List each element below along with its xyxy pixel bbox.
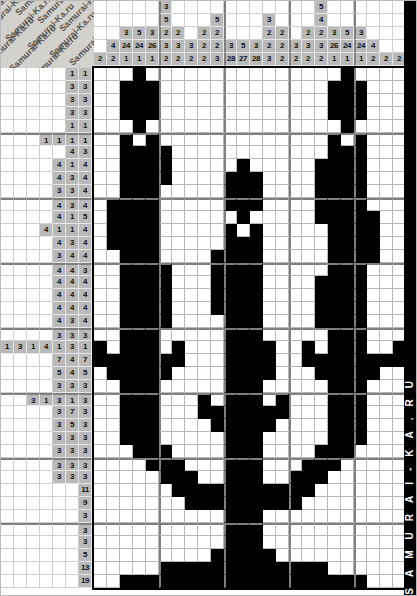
- cell-r35-c16-empty[interactable]: [289, 510, 302, 523]
- cell-r8-c12-filled[interactable]: [237, 159, 250, 172]
- cell-r34-c9-filled[interactable]: [198, 497, 211, 510]
- cell-r27-c12-filled[interactable]: [237, 406, 250, 419]
- cell-r24-c22-filled[interactable]: [367, 367, 380, 380]
- cell-r32-c3-empty[interactable]: [120, 471, 133, 484]
- cell-r11-c21-filled[interactable]: [354, 198, 367, 211]
- cell-r38-c22-empty[interactable]: [367, 549, 380, 562]
- cell-r34-c15-filled[interactable]: [276, 497, 289, 510]
- cell-r37-c5-empty[interactable]: [146, 536, 159, 549]
- cell-r8-c22-empty[interactable]: [367, 159, 380, 172]
- cell-r31-c10-empty[interactable]: [211, 458, 224, 471]
- cell-r6-c3-filled[interactable]: [120, 133, 133, 146]
- cell-r16-c13-filled[interactable]: [250, 263, 263, 276]
- cell-r38-c21-empty[interactable]: [354, 549, 367, 562]
- cell-r12-c9-empty[interactable]: [198, 211, 211, 224]
- cell-r35-c17-empty[interactable]: [302, 510, 315, 523]
- cell-r25-c1-empty[interactable]: [94, 380, 107, 393]
- cell-r12-c10-empty[interactable]: [211, 211, 224, 224]
- cell-r33-c8-filled[interactable]: [185, 484, 198, 497]
- cell-r24-c14-filled[interactable]: [263, 367, 276, 380]
- cell-r22-c17-filled[interactable]: [302, 341, 315, 354]
- cell-r23-c8-empty[interactable]: [185, 354, 198, 367]
- cell-r24-c9-empty[interactable]: [198, 367, 211, 380]
- cell-r38-c12-filled[interactable]: [237, 549, 250, 562]
- cell-r40-c15-filled[interactable]: [276, 575, 289, 588]
- cell-r34-c19-empty[interactable]: [328, 497, 341, 510]
- cell-r40-c18-filled[interactable]: [315, 575, 328, 588]
- cell-r13-c6-empty[interactable]: [159, 224, 172, 237]
- cell-r27-c19-filled[interactable]: [328, 406, 341, 419]
- cell-r40-c23-empty[interactable]: [380, 575, 393, 588]
- cell-r5-c4-filled[interactable]: [133, 120, 146, 133]
- cell-r40-c5-filled[interactable]: [146, 575, 159, 588]
- cell-r7-c17-empty[interactable]: [302, 146, 315, 159]
- cell-r32-c4-empty[interactable]: [133, 471, 146, 484]
- cell-r16-c9-empty[interactable]: [198, 263, 211, 276]
- cell-r1-c20-filled[interactable]: [341, 68, 354, 81]
- cell-r22-c6-empty[interactable]: [159, 341, 172, 354]
- cell-r6-c10-empty[interactable]: [211, 133, 224, 146]
- cell-r28-c8-empty[interactable]: [185, 419, 198, 432]
- cell-r27-c11-filled[interactable]: [224, 406, 237, 419]
- cell-r23-c12-filled[interactable]: [237, 354, 250, 367]
- cell-r6-c8-empty[interactable]: [185, 133, 198, 146]
- cell-r37-c7-empty[interactable]: [172, 536, 185, 549]
- cell-r7-c2-empty[interactable]: [107, 146, 120, 159]
- cell-r5-c23-empty[interactable]: [380, 120, 393, 133]
- cell-r30-c7-empty[interactable]: [172, 445, 185, 458]
- cell-r6-c23-empty[interactable]: [380, 133, 393, 146]
- cell-r34-c23-empty[interactable]: [380, 497, 393, 510]
- cell-r20-c1-empty[interactable]: [94, 315, 107, 328]
- cell-r19-c22-empty[interactable]: [367, 302, 380, 315]
- cell-r20-c16-empty[interactable]: [289, 315, 302, 328]
- cell-r20-c13-filled[interactable]: [250, 315, 263, 328]
- cell-r40-c11-filled[interactable]: [224, 575, 237, 588]
- cell-r7-c3-filled[interactable]: [120, 146, 133, 159]
- cell-r29-c21-filled[interactable]: [354, 432, 367, 445]
- cell-r13-c16-empty[interactable]: [289, 224, 302, 237]
- cell-r27-c23-empty[interactable]: [380, 406, 393, 419]
- cell-r8-c23-empty[interactable]: [380, 159, 393, 172]
- cell-r11-c8-empty[interactable]: [185, 198, 198, 211]
- cell-r1-c10-empty[interactable]: [211, 68, 224, 81]
- cell-r16-c15-empty[interactable]: [276, 263, 289, 276]
- cell-r38-c1-empty[interactable]: [94, 549, 107, 562]
- cell-r9-c12-filled[interactable]: [237, 172, 250, 185]
- cell-r4-c17-empty[interactable]: [302, 107, 315, 120]
- cell-r19-c19-filled[interactable]: [328, 302, 341, 315]
- cell-r21-c20-filled[interactable]: [341, 328, 354, 341]
- cell-r6-c18-empty[interactable]: [315, 133, 328, 146]
- cell-r25-c2-empty[interactable]: [107, 380, 120, 393]
- cell-r27-c20-filled[interactable]: [341, 406, 354, 419]
- cell-r16-c12-filled[interactable]: [237, 263, 250, 276]
- cell-r22-c23-empty[interactable]: [380, 341, 393, 354]
- cell-r16-c20-filled[interactable]: [341, 263, 354, 276]
- cell-r28-c16-empty[interactable]: [289, 419, 302, 432]
- cell-r39-c3-empty[interactable]: [120, 562, 133, 575]
- cell-r9-c17-empty[interactable]: [302, 172, 315, 185]
- cell-r24-c11-filled[interactable]: [224, 367, 237, 380]
- cell-r1-c8-empty[interactable]: [185, 68, 198, 81]
- cell-r15-c21-filled[interactable]: [354, 250, 367, 263]
- cell-r8-c21-filled[interactable]: [354, 159, 367, 172]
- cell-r31-c3-empty[interactable]: [120, 458, 133, 471]
- cell-r6-c12-empty[interactable]: [237, 133, 250, 146]
- cell-r21-c22-empty[interactable]: [367, 328, 380, 341]
- cell-r16-c8-empty[interactable]: [185, 263, 198, 276]
- cell-r38-c5-empty[interactable]: [146, 549, 159, 562]
- cell-r21-c2-empty[interactable]: [107, 328, 120, 341]
- cell-r33-c16-filled[interactable]: [289, 484, 302, 497]
- cell-r36-c23-empty[interactable]: [380, 523, 393, 536]
- cell-r18-c3-filled[interactable]: [120, 289, 133, 302]
- cell-r5-c17-empty[interactable]: [302, 120, 315, 133]
- cell-r1-c6-empty[interactable]: [159, 68, 172, 81]
- cell-r34-c18-empty[interactable]: [315, 497, 328, 510]
- cell-r4-c19-filled[interactable]: [328, 107, 341, 120]
- cell-r29-c16-empty[interactable]: [289, 432, 302, 445]
- cell-r14-c2-filled[interactable]: [107, 237, 120, 250]
- cell-r26-c11-filled[interactable]: [224, 393, 237, 406]
- cell-r14-c22-filled[interactable]: [367, 237, 380, 250]
- cell-r25-c9-empty[interactable]: [198, 380, 211, 393]
- cell-r8-c13-empty[interactable]: [250, 159, 263, 172]
- cell-r38-c7-empty[interactable]: [172, 549, 185, 562]
- cell-r12-c19-filled[interactable]: [328, 211, 341, 224]
- cell-r1-c19-empty[interactable]: [328, 68, 341, 81]
- cell-r9-c20-filled[interactable]: [341, 172, 354, 185]
- cell-r14-c19-filled[interactable]: [328, 237, 341, 250]
- cell-r7-c23-empty[interactable]: [380, 146, 393, 159]
- cell-r27-c14-filled[interactable]: [263, 406, 276, 419]
- cell-r27-c17-empty[interactable]: [302, 406, 315, 419]
- cell-r17-c3-filled[interactable]: [120, 276, 133, 289]
- cell-r35-c8-empty[interactable]: [185, 510, 198, 523]
- cell-r3-c2-empty[interactable]: [107, 94, 120, 107]
- cell-r4-c21-filled[interactable]: [354, 107, 367, 120]
- cell-r4-c2-empty[interactable]: [107, 107, 120, 120]
- cell-r6-c19-filled[interactable]: [328, 133, 341, 146]
- cell-r18-c23-empty[interactable]: [380, 289, 393, 302]
- cell-r38-c19-empty[interactable]: [328, 549, 341, 562]
- cell-r33-c20-empty[interactable]: [341, 484, 354, 497]
- cell-r39-c6-filled[interactable]: [159, 562, 172, 575]
- cell-r14-c5-filled[interactable]: [146, 237, 159, 250]
- cell-r36-c9-empty[interactable]: [198, 523, 211, 536]
- cell-r23-c16-empty[interactable]: [289, 354, 302, 367]
- cell-r12-c22-filled[interactable]: [367, 211, 380, 224]
- cell-r9-c3-filled[interactable]: [120, 172, 133, 185]
- cell-r34-c22-empty[interactable]: [367, 497, 380, 510]
- cell-r20-c5-filled[interactable]: [146, 315, 159, 328]
- cell-r24-c2-filled[interactable]: [107, 367, 120, 380]
- cell-r38-c17-empty[interactable]: [302, 549, 315, 562]
- cell-r27-c10-filled[interactable]: [211, 406, 224, 419]
- cell-r3-c16-empty[interactable]: [289, 94, 302, 107]
- cell-r33-c10-filled[interactable]: [211, 484, 224, 497]
- cell-r28-c14-filled[interactable]: [263, 419, 276, 432]
- cell-r9-c15-empty[interactable]: [276, 172, 289, 185]
- cell-r15-c4-filled[interactable]: [133, 250, 146, 263]
- cell-r40-c20-filled[interactable]: [341, 575, 354, 588]
- cell-r2-c11-empty[interactable]: [224, 81, 237, 94]
- cell-r37-c12-filled[interactable]: [237, 536, 250, 549]
- cell-r29-c20-filled[interactable]: [341, 432, 354, 445]
- cell-r34-c11-filled[interactable]: [224, 497, 237, 510]
- cell-r7-c5-filled[interactable]: [146, 146, 159, 159]
- cell-r8-c5-filled[interactable]: [146, 159, 159, 172]
- cell-r33-c17-filled[interactable]: [302, 484, 315, 497]
- cell-r30-c22-empty[interactable]: [367, 445, 380, 458]
- cell-r34-c3-empty[interactable]: [120, 497, 133, 510]
- cell-r10-c21-filled[interactable]: [354, 185, 367, 198]
- cell-r37-c4-empty[interactable]: [133, 536, 146, 549]
- cell-r16-c3-filled[interactable]: [120, 263, 133, 276]
- cell-r10-c12-filled[interactable]: [237, 185, 250, 198]
- cell-r12-c1-empty[interactable]: [94, 211, 107, 224]
- cell-r5-c7-empty[interactable]: [172, 120, 185, 133]
- cell-r28-c12-filled[interactable]: [237, 419, 250, 432]
- cell-r14-c7-empty[interactable]: [172, 237, 185, 250]
- cell-r32-c2-empty[interactable]: [107, 471, 120, 484]
- cell-r17-c23-empty[interactable]: [380, 276, 393, 289]
- cell-r1-c3-empty[interactable]: [120, 68, 133, 81]
- cell-r8-c7-empty[interactable]: [172, 159, 185, 172]
- cell-r40-c12-filled[interactable]: [237, 575, 250, 588]
- cell-r8-c6-filled[interactable]: [159, 159, 172, 172]
- cell-r2-c9-empty[interactable]: [198, 81, 211, 94]
- cell-r8-c10-empty[interactable]: [211, 159, 224, 172]
- cell-r28-c2-empty[interactable]: [107, 419, 120, 432]
- cell-r35-c10-empty[interactable]: [211, 510, 224, 523]
- cell-r34-c17-empty[interactable]: [302, 497, 315, 510]
- cell-r17-c8-empty[interactable]: [185, 276, 198, 289]
- cell-r39-c10-filled[interactable]: [211, 562, 224, 575]
- cell-r32-c7-filled[interactable]: [172, 471, 185, 484]
- cell-r20-c6-filled[interactable]: [159, 315, 172, 328]
- cell-r7-c15-empty[interactable]: [276, 146, 289, 159]
- cell-r13-c8-empty[interactable]: [185, 224, 198, 237]
- cell-r22-c5-filled[interactable]: [146, 341, 159, 354]
- cell-r10-c7-empty[interactable]: [172, 185, 185, 198]
- cell-r35-c23-empty[interactable]: [380, 510, 393, 523]
- cell-r25-c22-empty[interactable]: [367, 380, 380, 393]
- cell-r31-c16-empty[interactable]: [289, 458, 302, 471]
- cell-r5-c13-empty[interactable]: [250, 120, 263, 133]
- cell-r2-c17-empty[interactable]: [302, 81, 315, 94]
- cell-r29-c10-empty[interactable]: [211, 432, 224, 445]
- cell-r25-c11-filled[interactable]: [224, 380, 237, 393]
- cell-r26-c16-empty[interactable]: [289, 393, 302, 406]
- cell-r34-c14-filled[interactable]: [263, 497, 276, 510]
- cell-r37-c20-empty[interactable]: [341, 536, 354, 549]
- cell-r38-c4-empty[interactable]: [133, 549, 146, 562]
- cell-r22-c21-filled[interactable]: [354, 341, 367, 354]
- cell-r24-c8-empty[interactable]: [185, 367, 198, 380]
- cell-r23-c17-filled[interactable]: [302, 354, 315, 367]
- cell-r18-c8-empty[interactable]: [185, 289, 198, 302]
- cell-r30-c6-filled[interactable]: [159, 445, 172, 458]
- cell-r34-c2-empty[interactable]: [107, 497, 120, 510]
- cell-r23-c1-filled[interactable]: [94, 354, 107, 367]
- cell-r28-c11-filled[interactable]: [224, 419, 237, 432]
- cell-r29-c7-empty[interactable]: [172, 432, 185, 445]
- cell-r31-c20-empty[interactable]: [341, 458, 354, 471]
- cell-r11-c22-empty[interactable]: [367, 198, 380, 211]
- cell-r3-c17-empty[interactable]: [302, 94, 315, 107]
- cell-r24-c7-empty[interactable]: [172, 367, 185, 380]
- cell-r4-c12-empty[interactable]: [237, 107, 250, 120]
- cell-r15-c7-empty[interactable]: [172, 250, 185, 263]
- cell-r32-c22-empty[interactable]: [367, 471, 380, 484]
- cell-r2-c7-empty[interactable]: [172, 81, 185, 94]
- cell-r29-c8-empty[interactable]: [185, 432, 198, 445]
- cell-r17-c4-filled[interactable]: [133, 276, 146, 289]
- cell-r3-c4-filled[interactable]: [133, 94, 146, 107]
- cell-r24-c13-filled[interactable]: [250, 367, 263, 380]
- cell-r3-c1-empty[interactable]: [94, 94, 107, 107]
- cell-r18-c17-empty[interactable]: [302, 289, 315, 302]
- cell-r20-c18-filled[interactable]: [315, 315, 328, 328]
- cell-r19-c10-filled[interactable]: [211, 302, 224, 315]
- cell-r29-c18-empty[interactable]: [315, 432, 328, 445]
- cell-r1-c1-empty[interactable]: [94, 68, 107, 81]
- cell-r23-c10-empty[interactable]: [211, 354, 224, 367]
- cell-r33-c14-filled[interactable]: [263, 484, 276, 497]
- cell-r17-c22-empty[interactable]: [367, 276, 380, 289]
- cell-r37-c19-empty[interactable]: [328, 536, 341, 549]
- cell-r6-c5-filled[interactable]: [146, 133, 159, 146]
- cell-r24-c21-filled[interactable]: [354, 367, 367, 380]
- cell-r34-c7-empty[interactable]: [172, 497, 185, 510]
- cell-r24-c1-empty[interactable]: [94, 367, 107, 380]
- cell-r21-c18-empty[interactable]: [315, 328, 328, 341]
- cell-r40-c4-filled[interactable]: [133, 575, 146, 588]
- cell-r12-c11-empty[interactable]: [224, 211, 237, 224]
- cell-r21-c17-empty[interactable]: [302, 328, 315, 341]
- cell-r36-c10-empty[interactable]: [211, 523, 224, 536]
- cell-r20-c3-filled[interactable]: [120, 315, 133, 328]
- cell-r33-c13-filled[interactable]: [250, 484, 263, 497]
- cell-r33-c7-filled[interactable]: [172, 484, 185, 497]
- cell-r12-c8-empty[interactable]: [185, 211, 198, 224]
- cell-r9-c2-empty[interactable]: [107, 172, 120, 185]
- cell-r30-c13-filled[interactable]: [250, 445, 263, 458]
- cell-r24-c23-empty[interactable]: [380, 367, 393, 380]
- cell-r14-c20-filled[interactable]: [341, 237, 354, 250]
- cell-r10-c11-filled[interactable]: [224, 185, 237, 198]
- cell-r31-c21-empty[interactable]: [354, 458, 367, 471]
- cell-r5-c9-empty[interactable]: [198, 120, 211, 133]
- cell-r23-c22-filled[interactable]: [367, 354, 380, 367]
- cell-r14-c3-filled[interactable]: [120, 237, 133, 250]
- cell-r20-c10-empty[interactable]: [211, 315, 224, 328]
- cell-r28-c19-filled[interactable]: [328, 419, 341, 432]
- cell-r28-c5-filled[interactable]: [146, 419, 159, 432]
- cell-r4-c14-empty[interactable]: [263, 107, 276, 120]
- cell-r40-c19-filled[interactable]: [328, 575, 341, 588]
- cell-r4-c4-filled[interactable]: [133, 107, 146, 120]
- cell-r31-c13-filled[interactable]: [250, 458, 263, 471]
- cell-r5-c16-empty[interactable]: [289, 120, 302, 133]
- cell-r19-c5-filled[interactable]: [146, 302, 159, 315]
- cell-r17-c6-filled[interactable]: [159, 276, 172, 289]
- cell-r30-c19-filled[interactable]: [328, 445, 341, 458]
- cell-r9-c21-filled[interactable]: [354, 172, 367, 185]
- cell-r15-c5-filled[interactable]: [146, 250, 159, 263]
- cell-r26-c5-filled[interactable]: [146, 393, 159, 406]
- cell-r7-c14-empty[interactable]: [263, 146, 276, 159]
- cell-r14-c14-empty[interactable]: [263, 237, 276, 250]
- cell-r10-c8-empty[interactable]: [185, 185, 198, 198]
- cell-r10-c5-filled[interactable]: [146, 185, 159, 198]
- cell-r9-c10-empty[interactable]: [211, 172, 224, 185]
- cell-r10-c2-empty[interactable]: [107, 185, 120, 198]
- cell-r35-c5-empty[interactable]: [146, 510, 159, 523]
- cell-r27-c5-filled[interactable]: [146, 406, 159, 419]
- cell-r15-c20-filled[interactable]: [341, 250, 354, 263]
- cell-r9-c11-filled[interactable]: [224, 172, 237, 185]
- cell-r12-c17-empty[interactable]: [302, 211, 315, 224]
- cell-r39-c22-empty[interactable]: [367, 562, 380, 575]
- cell-r13-c12-empty[interactable]: [237, 224, 250, 237]
- cell-r27-c16-empty[interactable]: [289, 406, 302, 419]
- cell-r23-c2-filled[interactable]: [107, 354, 120, 367]
- cell-r16-c18-empty[interactable]: [315, 263, 328, 276]
- cell-r1-c22-empty[interactable]: [367, 68, 380, 81]
- cell-r11-c6-empty[interactable]: [159, 198, 172, 211]
- cell-r35-c18-empty[interactable]: [315, 510, 328, 523]
- cell-r25-c15-empty[interactable]: [276, 380, 289, 393]
- cell-r30-c18-filled[interactable]: [315, 445, 328, 458]
- cell-r3-c19-filled[interactable]: [328, 94, 341, 107]
- cell-r34-c5-empty[interactable]: [146, 497, 159, 510]
- cell-r29-c17-empty[interactable]: [302, 432, 315, 445]
- cell-r8-c11-empty[interactable]: [224, 159, 237, 172]
- cell-r36-c17-empty[interactable]: [302, 523, 315, 536]
- cell-r32-c20-empty[interactable]: [341, 471, 354, 484]
- cell-r30-c17-empty[interactable]: [302, 445, 315, 458]
- cell-r38-c15-empty[interactable]: [276, 549, 289, 562]
- cell-r16-c7-empty[interactable]: [172, 263, 185, 276]
- cell-r7-c1-empty[interactable]: [94, 146, 107, 159]
- cell-r39-c23-empty[interactable]: [380, 562, 393, 575]
- cell-r16-c5-filled[interactable]: [146, 263, 159, 276]
- cell-r17-c10-filled[interactable]: [211, 276, 224, 289]
- cell-r12-c7-empty[interactable]: [172, 211, 185, 224]
- cell-r18-c16-empty[interactable]: [289, 289, 302, 302]
- cell-r13-c23-empty[interactable]: [380, 224, 393, 237]
- cell-r40-c17-filled[interactable]: [302, 575, 315, 588]
- cell-r2-c16-empty[interactable]: [289, 81, 302, 94]
- cell-r34-c16-filled[interactable]: [289, 497, 302, 510]
- cell-r30-c21-empty[interactable]: [354, 445, 367, 458]
- cell-r14-c12-filled[interactable]: [237, 237, 250, 250]
- cell-r1-c16-empty[interactable]: [289, 68, 302, 81]
- cell-r32-c13-filled[interactable]: [250, 471, 263, 484]
- cell-r34-c12-filled[interactable]: [237, 497, 250, 510]
- cell-r7-c22-empty[interactable]: [367, 146, 380, 159]
- cell-r5-c5-empty[interactable]: [146, 120, 159, 133]
- cell-r13-c4-filled[interactable]: [133, 224, 146, 237]
- cell-r29-c19-filled[interactable]: [328, 432, 341, 445]
- cell-r10-c9-empty[interactable]: [198, 185, 211, 198]
- cell-r32-c12-filled[interactable]: [237, 471, 250, 484]
- cell-r19-c3-filled[interactable]: [120, 302, 133, 315]
- cell-r8-c14-empty[interactable]: [263, 159, 276, 172]
